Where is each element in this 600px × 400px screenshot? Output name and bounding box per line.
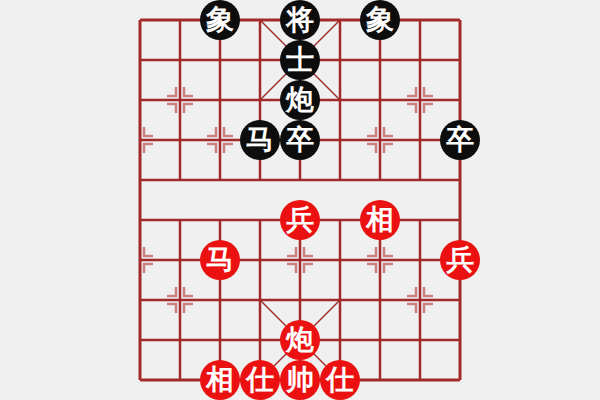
red-horse-piece[interactable]: 马 bbox=[200, 240, 240, 280]
red-cannon-piece[interactable]: 炮 bbox=[280, 320, 320, 360]
xiangqi-board: 象将象士炮马卒卒兵相马兵炮相仕帅仕 bbox=[120, 0, 480, 400]
black-cannon-piece[interactable]: 炮 bbox=[280, 80, 320, 120]
red-soldier-piece[interactable]: 兵 bbox=[280, 200, 320, 240]
black-elephant-piece[interactable]: 象 bbox=[200, 0, 240, 40]
red-elephant-piece[interactable]: 相 bbox=[200, 360, 240, 400]
red-advisor-piece[interactable]: 仕 bbox=[320, 360, 360, 400]
xiangqi-app-window: 象将象士炮马卒卒兵相马兵炮相仕帅仕 bbox=[0, 0, 600, 400]
black-soldier-piece[interactable]: 卒 bbox=[280, 120, 320, 160]
black-soldier-piece[interactable]: 卒 bbox=[440, 120, 480, 160]
black-advisor-piece[interactable]: 士 bbox=[280, 40, 320, 80]
red-advisor-piece[interactable]: 仕 bbox=[240, 360, 280, 400]
black-elephant-piece[interactable]: 象 bbox=[360, 0, 400, 40]
red-soldier-piece[interactable]: 兵 bbox=[440, 240, 480, 280]
red-elephant-piece[interactable]: 相 bbox=[360, 200, 400, 240]
black-horse-piece[interactable]: 马 bbox=[240, 120, 280, 160]
black-general-piece[interactable]: 将 bbox=[280, 0, 320, 40]
red-general-piece[interactable]: 帅 bbox=[280, 360, 320, 400]
